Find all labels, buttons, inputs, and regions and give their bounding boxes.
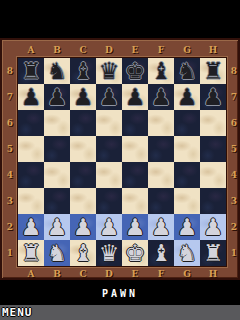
piece-black-pawn: ♟ — [99, 84, 120, 110]
square-b3[interactable] — [44, 188, 70, 214]
chess-board: ABCDEFGH 87654321 ♜♞♝♛♚♝♞♜♟♟♟♟♟♟♟♟♟♟♟♟♟♟… — [0, 38, 240, 280]
square-c5[interactable] — [70, 136, 96, 162]
square-h6[interactable] — [200, 110, 226, 136]
square-e2[interactable]: ♟ — [122, 214, 148, 240]
square-c7[interactable]: ♟ — [70, 84, 96, 110]
rank-label: 4 — [226, 162, 240, 188]
file-label: E — [122, 267, 148, 281]
piece-black-pawn: ♟ — [151, 84, 172, 110]
square-a3[interactable] — [18, 188, 44, 214]
square-d6[interactable] — [96, 110, 122, 136]
file-label: D — [96, 267, 122, 281]
square-h5[interactable] — [200, 136, 226, 162]
rank-label: 3 — [226, 188, 240, 214]
piece-black-bishop: ♝ — [73, 58, 94, 84]
square-d2[interactable]: ♟ — [96, 214, 122, 240]
piece-white-king: ♚ — [125, 240, 146, 266]
square-d1[interactable]: ♛ — [96, 240, 122, 266]
board-grid: ♜♞♝♛♚♝♞♜♟♟♟♟♟♟♟♟♟♟♟♟♟♟♟♟♜♞♝♛♚♝♞♜ — [18, 58, 226, 266]
square-f3[interactable] — [148, 188, 174, 214]
square-g6[interactable] — [174, 110, 200, 136]
rank-label: 1 — [2, 240, 18, 266]
square-a5[interactable] — [18, 136, 44, 162]
piece-white-pawn: ♟ — [47, 214, 68, 240]
square-g5[interactable] — [174, 136, 200, 162]
piece-white-rook: ♜ — [21, 240, 42, 266]
piece-white-pawn: ♟ — [125, 214, 146, 240]
square-h4[interactable] — [200, 162, 226, 188]
square-h2[interactable]: ♟ — [200, 214, 226, 240]
square-a6[interactable] — [18, 110, 44, 136]
square-a7[interactable]: ♟ — [18, 84, 44, 110]
piece-white-pawn: ♟ — [73, 214, 94, 240]
square-b6[interactable] — [44, 110, 70, 136]
square-f5[interactable] — [148, 136, 174, 162]
rank-label: 2 — [2, 214, 18, 240]
rank-labels-left: 87654321 — [2, 58, 18, 266]
piece-white-queen: ♛ — [99, 240, 120, 266]
square-b4[interactable] — [44, 162, 70, 188]
piece-black-pawn: ♟ — [125, 84, 146, 110]
square-d4[interactable] — [96, 162, 122, 188]
rank-label: 1 — [226, 240, 240, 266]
square-b7[interactable]: ♟ — [44, 84, 70, 110]
square-b8[interactable]: ♞ — [44, 58, 70, 84]
file-label: B — [44, 42, 70, 58]
rank-label: 5 — [226, 136, 240, 162]
selected-piece-label: PAWN — [0, 288, 240, 299]
square-g7[interactable]: ♟ — [174, 84, 200, 110]
rank-label: 3 — [2, 188, 18, 214]
piece-white-bishop: ♝ — [151, 240, 172, 266]
square-a1[interactable]: ♜ — [18, 240, 44, 266]
piece-black-pawn: ♟ — [177, 84, 198, 110]
file-label: F — [148, 42, 174, 58]
square-a8[interactable]: ♜ — [18, 58, 44, 84]
square-d5[interactable] — [96, 136, 122, 162]
square-b5[interactable] — [44, 136, 70, 162]
square-f2[interactable]: ♟ — [148, 214, 174, 240]
softkey-bar: MENU — [0, 305, 240, 320]
piece-white-knight: ♞ — [177, 240, 198, 266]
piece-black-rook: ♜ — [21, 58, 42, 84]
piece-white-rook: ♜ — [203, 240, 224, 266]
square-c3[interactable] — [70, 188, 96, 214]
square-f1[interactable]: ♝ — [148, 240, 174, 266]
file-label: D — [96, 42, 122, 58]
square-c2[interactable]: ♟ — [70, 214, 96, 240]
rank-label: 6 — [2, 110, 18, 136]
square-e3[interactable] — [122, 188, 148, 214]
square-h1[interactable]: ♜ — [200, 240, 226, 266]
file-label: G — [174, 42, 200, 58]
file-label: H — [200, 42, 226, 58]
file-label: B — [44, 267, 70, 281]
rank-labels-right: 87654321 — [226, 58, 240, 266]
file-label: C — [70, 42, 96, 58]
rank-label: 5 — [2, 136, 18, 162]
file-label: C — [70, 267, 96, 281]
square-c1[interactable]: ♝ — [70, 240, 96, 266]
square-c6[interactable] — [70, 110, 96, 136]
rank-label: 2 — [226, 214, 240, 240]
square-e1[interactable]: ♚ — [122, 240, 148, 266]
game-screen: ABCDEFGH 87654321 ♜♞♝♛♚♝♞♜♟♟♟♟♟♟♟♟♟♟♟♟♟♟… — [0, 0, 240, 320]
rank-label: 6 — [226, 110, 240, 136]
piece-black-rook: ♜ — [203, 58, 224, 84]
file-labels-bottom: ABCDEFGH — [18, 267, 226, 281]
piece-white-bishop: ♝ — [73, 240, 94, 266]
piece-black-bishop: ♝ — [151, 58, 172, 84]
rank-label: 8 — [2, 58, 18, 84]
square-f8[interactable]: ♝ — [148, 58, 174, 84]
square-e7[interactable]: ♟ — [122, 84, 148, 110]
square-a4[interactable] — [18, 162, 44, 188]
piece-black-pawn: ♟ — [203, 84, 224, 110]
square-g2[interactable]: ♟ — [174, 214, 200, 240]
rank-label: 7 — [226, 84, 240, 110]
piece-black-king: ♚ — [125, 58, 146, 84]
square-b1[interactable]: ♞ — [44, 240, 70, 266]
piece-black-pawn: ♟ — [73, 84, 94, 110]
square-a2[interactable]: ♟ — [18, 214, 44, 240]
file-label: G — [174, 267, 200, 281]
piece-white-pawn: ♟ — [177, 214, 198, 240]
square-g8[interactable]: ♞ — [174, 58, 200, 84]
file-label: F — [148, 267, 174, 281]
piece-white-pawn: ♟ — [21, 214, 42, 240]
piece-black-knight: ♞ — [177, 58, 198, 84]
square-d8[interactable]: ♛ — [96, 58, 122, 84]
square-h7[interactable]: ♟ — [200, 84, 226, 110]
square-c8[interactable]: ♝ — [70, 58, 96, 84]
rank-label: 4 — [2, 162, 18, 188]
piece-black-pawn: ♟ — [47, 84, 68, 110]
rank-label: 7 — [2, 84, 18, 110]
piece-black-queen: ♛ — [99, 58, 120, 84]
piece-black-pawn: ♟ — [21, 84, 42, 110]
square-g1[interactable]: ♞ — [174, 240, 200, 266]
file-label: A — [18, 42, 44, 58]
piece-white-pawn: ♟ — [151, 214, 172, 240]
menu-softkey-button[interactable]: MENU — [2, 306, 33, 319]
square-f7[interactable]: ♟ — [148, 84, 174, 110]
square-g3[interactable] — [174, 188, 200, 214]
square-f4[interactable] — [148, 162, 174, 188]
file-label: A — [18, 267, 44, 281]
square-h3[interactable] — [200, 188, 226, 214]
square-e6[interactable] — [122, 110, 148, 136]
square-b2[interactable]: ♟ — [44, 214, 70, 240]
square-e8[interactable]: ♚ — [122, 58, 148, 84]
square-h8[interactable]: ♜ — [200, 58, 226, 84]
square-d3[interactable] — [96, 188, 122, 214]
file-label: H — [200, 267, 226, 281]
piece-white-knight: ♞ — [47, 240, 68, 266]
file-labels-top: ABCDEFGH — [18, 42, 226, 58]
square-c4[interactable] — [70, 162, 96, 188]
piece-black-knight: ♞ — [47, 58, 68, 84]
square-f6[interactable] — [148, 110, 174, 136]
square-e5[interactable] — [122, 136, 148, 162]
square-d7[interactable]: ♟ — [96, 84, 122, 110]
piece-white-pawn: ♟ — [203, 214, 224, 240]
file-label: E — [122, 42, 148, 58]
square-e4[interactable] — [122, 162, 148, 188]
square-g4[interactable] — [174, 162, 200, 188]
piece-white-pawn: ♟ — [99, 214, 120, 240]
rank-label: 8 — [226, 58, 240, 84]
